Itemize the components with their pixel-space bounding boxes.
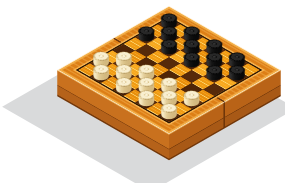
- white-piece[interactable]: [136, 96, 157, 108]
- white-piece[interactable]: [158, 109, 179, 121]
- board-square[interactable]: [90, 70, 113, 83]
- black-piece[interactable]: [158, 44, 179, 56]
- board-square[interactable]: [158, 109, 181, 122]
- folding-seam-side: [223, 102, 224, 129]
- white-piece[interactable]: [181, 96, 202, 108]
- checkers-illustration: [0, 0, 285, 183]
- black-piece[interactable]: [226, 70, 247, 82]
- board-box: [57, 6, 280, 134]
